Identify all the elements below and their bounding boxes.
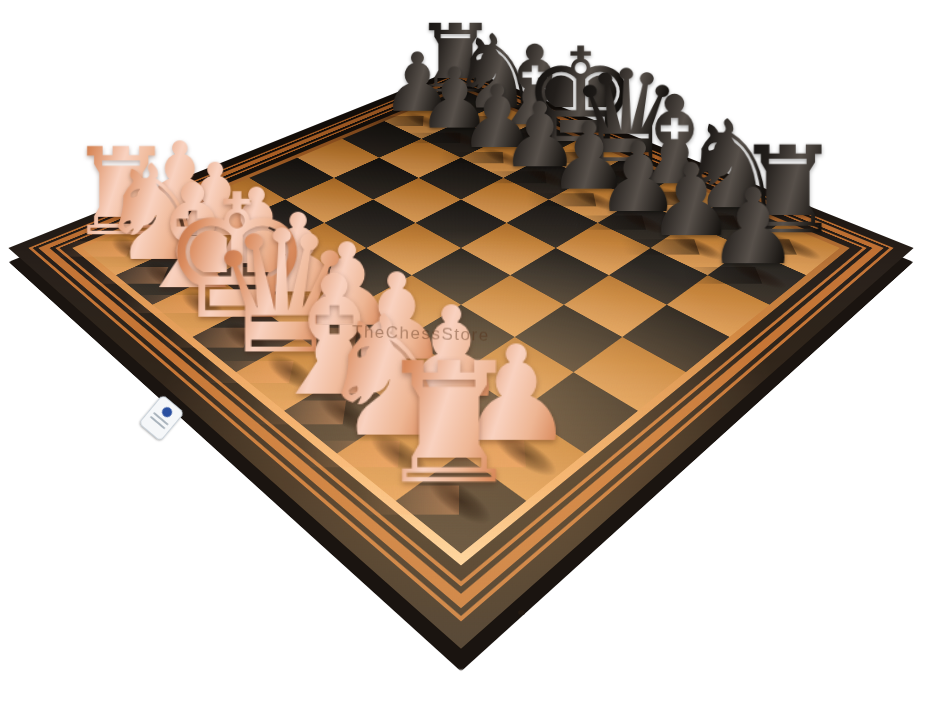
sticker-emblem-icon [160,405,174,419]
photo-watermark: TheChessStore [352,322,490,346]
pawn-glyph: ♟ [669,175,837,280]
chess-board: ♜♞♟♝♟♚♟♛♟♝♟♞♟♟♜♟♟♜♟♟♞♟♝♟♚♟♛♟♝♟♞♜ [8,67,913,650]
frame-screw-dot [518,610,525,615]
product-photo-stage: ♜♞♟♝♟♚♟♛♟♝♟♞♟♟♜♟♟♜♟♟♞♟♝♟♚♟♛♟♝♟♞♜ TheChes… [0,0,928,712]
board-perspective-wrapper: ♜♞♟♝♟♚♟♛♟♝♟♞♟♟♜♟♟♜♟♟♞♟♝♟♚♟♛♟♝♟♞♜ [141,0,781,568]
rook-glyph: ♜ [338,340,561,507]
